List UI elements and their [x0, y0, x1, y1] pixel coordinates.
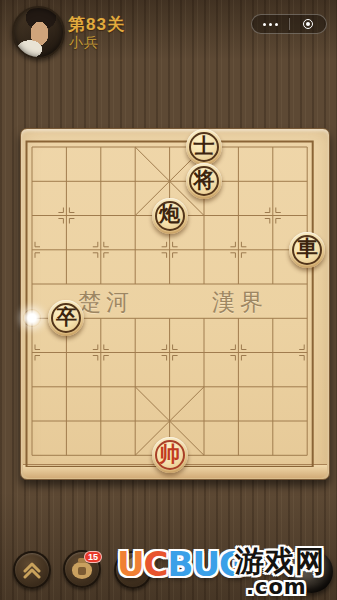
- piece-black-k[interactable]: 将: [186, 163, 222, 199]
- watermark-letter: U: [192, 544, 219, 584]
- hint-count-badge: 15: [84, 551, 102, 563]
- chevron-up-icon: [22, 562, 42, 579]
- dark-sphere-decoration: [290, 550, 333, 593]
- ellipsis-icon: [269, 23, 272, 26]
- more-button[interactable]: [252, 15, 289, 33]
- expand-menu-button[interactable]: [13, 551, 51, 589]
- river-label-han: 漢界: [212, 287, 268, 318]
- river-label-chu: 楚河: [78, 287, 134, 318]
- app-screen: 第83关 小兵 楚河 漢界 士将炮車卒帅 15 8: [0, 0, 337, 600]
- piece-black-c[interactable]: 炮: [152, 198, 188, 234]
- target-icon: [303, 19, 313, 29]
- piece-label: 帅: [159, 444, 180, 465]
- ellipsis-icon: [275, 23, 278, 26]
- exit-button[interactable]: [290, 15, 327, 33]
- money-bag-icon: [72, 562, 92, 579]
- wechat-capsule: [251, 14, 327, 34]
- pagoda-icon: [129, 562, 138, 578]
- piece-black-r[interactable]: 車: [289, 232, 325, 268]
- piece-label: 将: [194, 170, 215, 191]
- avatar[interactable]: [12, 6, 65, 59]
- coin-count-fragment: 8: [232, 559, 239, 574]
- help-button[interactable]: [114, 551, 152, 589]
- watermark-letter: B: [168, 544, 193, 584]
- board-grid: [20, 128, 330, 467]
- piece-label: 卒: [56, 307, 77, 328]
- ellipsis-icon: [263, 23, 266, 26]
- difficulty-label: 小兵: [69, 34, 99, 52]
- piece-label: 士: [194, 136, 215, 157]
- piece-label: 炮: [159, 204, 180, 225]
- level-label: 第83关: [68, 13, 125, 36]
- piece-label: 車: [297, 238, 318, 259]
- piece-black-a[interactable]: 士: [186, 129, 222, 165]
- piece-red-K[interactable]: 帅: [152, 437, 188, 473]
